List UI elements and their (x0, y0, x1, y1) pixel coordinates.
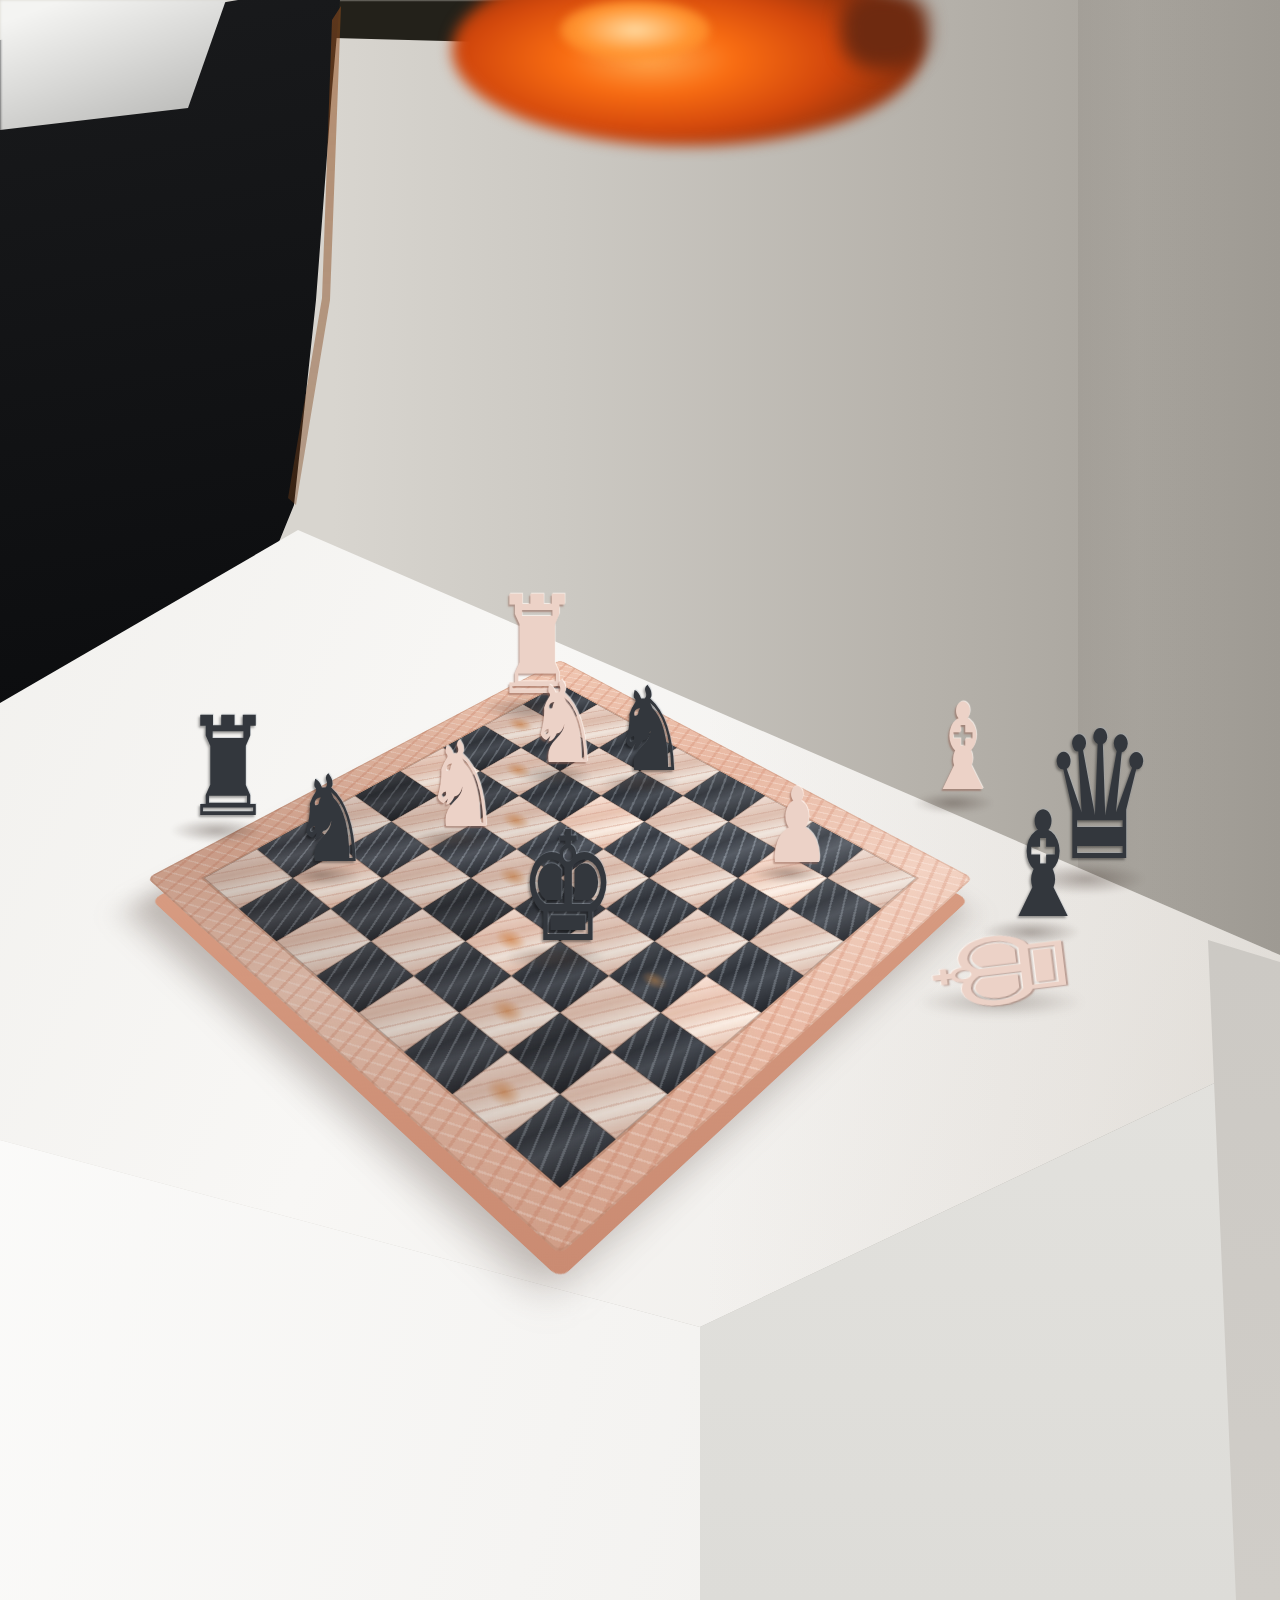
black-rook-a4[interactable]: ♜ (184, 699, 272, 836)
square-h1[interactable] (504, 1094, 616, 1188)
pink-bishop-offboard[interactable]: ♝ (924, 688, 1001, 808)
black-king-d3[interactable]: ♚ (519, 812, 617, 964)
photo-scene: ♜♞♜♞♞♞♚♟♝♛♝♚ (0, 0, 1280, 1600)
square-f1[interactable] (404, 1013, 508, 1094)
orange-lamp-shade (842, 0, 928, 68)
square-e2[interactable] (414, 941, 512, 1012)
square-h3[interactable] (612, 1013, 716, 1094)
pink-knight-d6[interactable]: ♞ (528, 667, 601, 780)
square-f2[interactable] (459, 976, 560, 1052)
square-h5[interactable] (706, 941, 804, 1012)
orange-lamp-core (560, 0, 710, 60)
square-h7[interactable] (789, 878, 881, 941)
square-h4[interactable] (661, 976, 762, 1052)
pink-knight-c4[interactable]: ♞ (424, 726, 500, 844)
black-knight-b3[interactable]: ♞ (292, 760, 369, 880)
square-f5[interactable] (606, 878, 698, 941)
square-g6[interactable] (698, 878, 790, 941)
square-h6[interactable] (749, 909, 844, 976)
square-d2[interactable] (371, 909, 466, 976)
square-g3[interactable] (560, 976, 661, 1052)
square-g4[interactable] (609, 941, 707, 1012)
square-d3[interactable] (422, 878, 514, 941)
square-h2[interactable] (560, 1052, 668, 1139)
square-c1[interactable] (276, 909, 371, 976)
black-knight-e6[interactable]: ♞ (612, 671, 688, 788)
square-e1[interactable] (359, 976, 460, 1052)
square-g1[interactable] (452, 1052, 560, 1139)
square-g2[interactable] (508, 1013, 612, 1094)
square-d1[interactable] (316, 941, 414, 1012)
square-g5[interactable] (655, 909, 750, 976)
pink-pawn-f4[interactable]: ♟ (763, 774, 830, 878)
